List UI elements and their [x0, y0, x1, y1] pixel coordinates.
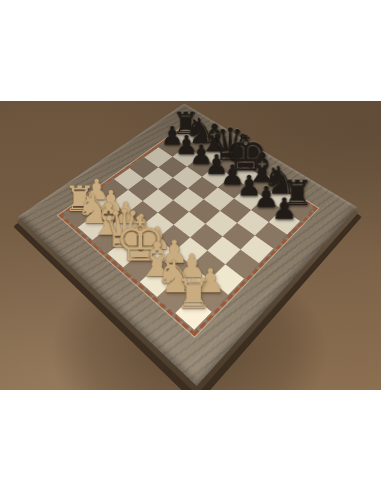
chessboard-photo: ♜♞♝♛♚♝♞♜♟♟♟♟♟♟♟♟♟♟♟♟♟♟♟♟♜♞♝♛♚♝♞♜ — [0, 101, 381, 390]
white-rook-glyph: ♜ — [175, 274, 212, 315]
photo-page: ♜♞♝♛♚♝♞♜♟♟♟♟♟♟♟♟♟♟♟♟♟♟♟♟♜♞♝♛♚♝♞♜ — [0, 0, 381, 492]
black-pawn-glyph: ♟ — [271, 194, 297, 223]
